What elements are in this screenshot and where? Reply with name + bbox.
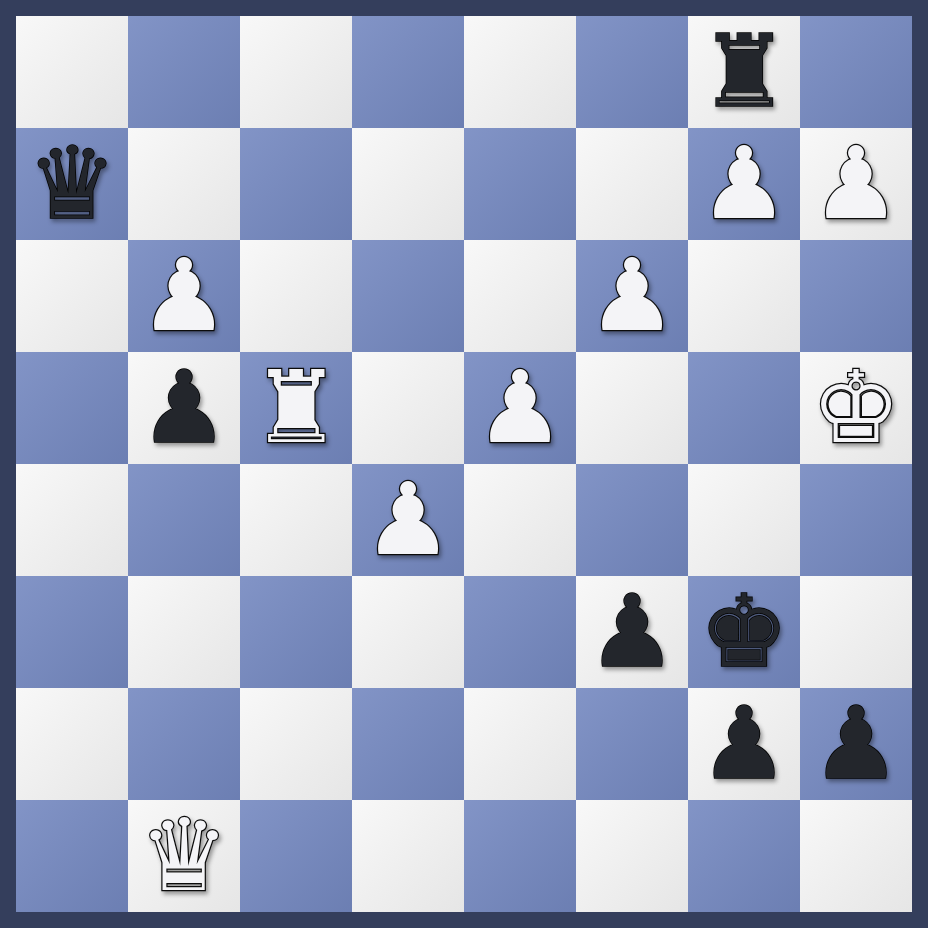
square-f3[interactable]: ♟	[576, 576, 688, 688]
square-h2[interactable]: ♟	[800, 688, 912, 800]
square-d2[interactable]	[352, 688, 464, 800]
square-b8[interactable]	[128, 16, 240, 128]
white-pawn-piece[interactable]: ♟	[699, 128, 789, 240]
square-d4[interactable]: ♟	[352, 464, 464, 576]
square-h4[interactable]	[800, 464, 912, 576]
white-pawn-piece[interactable]: ♟	[587, 240, 677, 352]
square-c6[interactable]	[240, 240, 352, 352]
black-king-piece[interactable]: ♚	[699, 576, 789, 688]
square-e4[interactable]	[464, 464, 576, 576]
square-d6[interactable]	[352, 240, 464, 352]
white-pawn-piece[interactable]: ♟	[811, 128, 901, 240]
square-f7[interactable]	[576, 128, 688, 240]
white-king-piece[interactable]: ♚	[811, 352, 901, 464]
square-a6[interactable]	[16, 240, 128, 352]
square-h1[interactable]	[800, 800, 912, 912]
black-pawn-piece[interactable]: ♟	[811, 688, 901, 800]
square-b3[interactable]	[128, 576, 240, 688]
black-queen-piece[interactable]: ♛	[27, 128, 117, 240]
square-g5[interactable]	[688, 352, 800, 464]
square-g3[interactable]: ♚	[688, 576, 800, 688]
square-c8[interactable]	[240, 16, 352, 128]
square-h8[interactable]	[800, 16, 912, 128]
square-a2[interactable]	[16, 688, 128, 800]
square-b2[interactable]	[128, 688, 240, 800]
square-c7[interactable]	[240, 128, 352, 240]
square-f5[interactable]	[576, 352, 688, 464]
square-e6[interactable]	[464, 240, 576, 352]
square-c4[interactable]	[240, 464, 352, 576]
square-b1[interactable]: ♛	[128, 800, 240, 912]
square-a8[interactable]	[16, 16, 128, 128]
square-h7[interactable]: ♟	[800, 128, 912, 240]
square-e7[interactable]	[464, 128, 576, 240]
black-rook-piece[interactable]: ♜	[699, 16, 789, 128]
square-f6[interactable]: ♟	[576, 240, 688, 352]
square-f4[interactable]	[576, 464, 688, 576]
chess-board-frame: ♜♛♟♟♟♟♟♜♟♚♟♟♚♟♟♛	[0, 0, 928, 928]
square-d3[interactable]	[352, 576, 464, 688]
square-g8[interactable]: ♜	[688, 16, 800, 128]
square-e1[interactable]	[464, 800, 576, 912]
square-h5[interactable]: ♚	[800, 352, 912, 464]
square-f8[interactable]	[576, 16, 688, 128]
square-b5[interactable]: ♟	[128, 352, 240, 464]
black-pawn-piece[interactable]: ♟	[587, 576, 677, 688]
square-d8[interactable]	[352, 16, 464, 128]
white-pawn-piece[interactable]: ♟	[363, 464, 453, 576]
square-a1[interactable]	[16, 800, 128, 912]
square-e8[interactable]	[464, 16, 576, 128]
square-c2[interactable]	[240, 688, 352, 800]
square-h3[interactable]	[800, 576, 912, 688]
square-a3[interactable]	[16, 576, 128, 688]
square-d1[interactable]	[352, 800, 464, 912]
square-c3[interactable]	[240, 576, 352, 688]
square-a5[interactable]	[16, 352, 128, 464]
white-pawn-piece[interactable]: ♟	[475, 352, 565, 464]
black-pawn-piece[interactable]: ♟	[139, 352, 229, 464]
black-pawn-piece[interactable]: ♟	[699, 688, 789, 800]
square-e5[interactable]: ♟	[464, 352, 576, 464]
square-a4[interactable]	[16, 464, 128, 576]
square-g1[interactable]	[688, 800, 800, 912]
white-rook-piece[interactable]: ♜	[251, 352, 341, 464]
square-d7[interactable]	[352, 128, 464, 240]
square-a7[interactable]: ♛	[16, 128, 128, 240]
square-c5[interactable]: ♜	[240, 352, 352, 464]
square-e3[interactable]	[464, 576, 576, 688]
square-g6[interactable]	[688, 240, 800, 352]
square-c1[interactable]	[240, 800, 352, 912]
square-h6[interactable]	[800, 240, 912, 352]
square-b4[interactable]	[128, 464, 240, 576]
square-b7[interactable]	[128, 128, 240, 240]
square-f1[interactable]	[576, 800, 688, 912]
chess-board: ♜♛♟♟♟♟♟♜♟♚♟♟♚♟♟♛	[16, 16, 912, 912]
square-g7[interactable]: ♟	[688, 128, 800, 240]
square-g2[interactable]: ♟	[688, 688, 800, 800]
square-e2[interactable]	[464, 688, 576, 800]
square-d5[interactable]	[352, 352, 464, 464]
white-pawn-piece[interactable]: ♟	[139, 240, 229, 352]
square-f2[interactable]	[576, 688, 688, 800]
white-queen-piece[interactable]: ♛	[139, 800, 229, 912]
square-b6[interactable]: ♟	[128, 240, 240, 352]
square-g4[interactable]	[688, 464, 800, 576]
